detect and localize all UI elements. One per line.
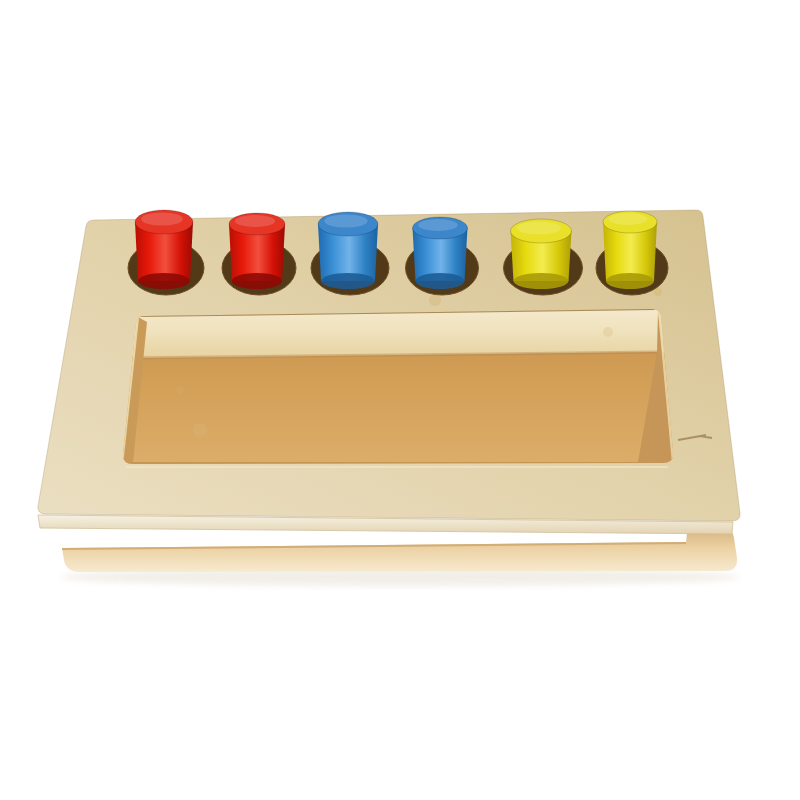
peg-top-sheen <box>517 221 561 234</box>
wood-stain <box>176 386 184 394</box>
tray-opening <box>110 290 690 475</box>
peg-bottom <box>416 273 465 289</box>
peg-bottom <box>138 273 190 289</box>
peg-bottom <box>514 273 569 289</box>
peg-top-sheen <box>141 212 183 225</box>
imbucare-box-photo <box>0 0 800 800</box>
base-slab <box>62 529 737 572</box>
peg-top-sheen <box>235 215 275 227</box>
peg-top-sheen <box>609 213 648 225</box>
wood-stain <box>429 294 441 306</box>
peg-top-sheen <box>324 214 367 227</box>
peg-bottom <box>606 273 654 289</box>
wood-stain <box>193 423 207 437</box>
peg-top-sheen <box>418 219 458 231</box>
peg-red-1[interactable] <box>128 210 204 295</box>
wood-stain <box>603 327 613 337</box>
peg-blue-4[interactable] <box>406 217 479 295</box>
peg-blue-3[interactable] <box>311 212 389 295</box>
peg-bottom <box>321 273 375 289</box>
peg-bottom <box>232 273 282 289</box>
peg-red-2[interactable] <box>222 213 296 295</box>
product-photo <box>0 0 800 800</box>
peg-yellow-5[interactable] <box>504 219 583 295</box>
peg-yellow-6[interactable] <box>596 211 668 295</box>
